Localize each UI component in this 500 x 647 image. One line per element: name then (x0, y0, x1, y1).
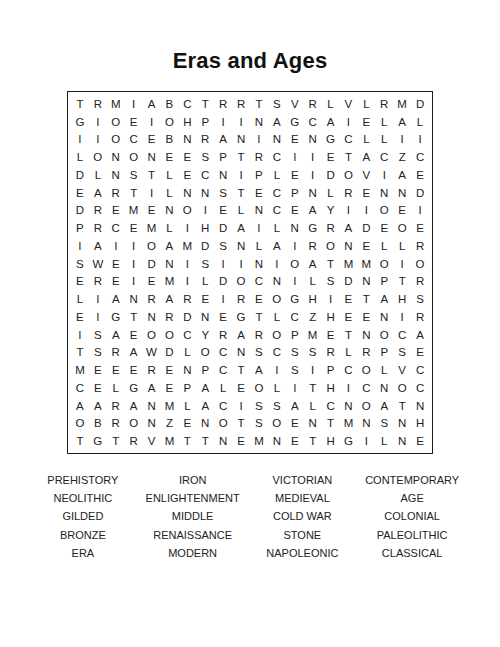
grid-cell-r10c12[interactable]: I (268, 255, 286, 273)
grid-cell-r14c9[interactable]: R (214, 326, 232, 344)
grid-cell-r5c10[interactable]: I (232, 166, 250, 184)
grid-cell-r13c19[interactable]: I (393, 308, 411, 326)
grid-cell-r7c12[interactable]: C (268, 202, 286, 220)
grid-cell-r9c1[interactable]: I (71, 237, 89, 255)
grid-cell-r17c5[interactable]: A (143, 379, 161, 397)
grid-cell-r14c7[interactable]: C (178, 326, 196, 344)
grid-cell-r7c16[interactable]: I (339, 202, 357, 220)
grid-cell-r6c19[interactable]: N (393, 184, 411, 202)
grid-cell-r9c17[interactable]: E (357, 237, 375, 255)
grid-cell-r9c8[interactable]: D (196, 237, 214, 255)
grid-cell-r20c7[interactable]: T (178, 432, 196, 450)
grid-cell-r15c17[interactable]: R (357, 344, 375, 362)
grid-cell-r2c9[interactable]: I (214, 113, 232, 131)
grid-cell-r20c12[interactable]: N (268, 432, 286, 450)
grid-cell-r14c11[interactable]: R (250, 326, 268, 344)
grid-cell-r16c10[interactable]: T (232, 361, 250, 379)
grid-cell-r8c6[interactable]: L (160, 219, 178, 237)
grid-cell-r16c4[interactable]: E (125, 361, 143, 379)
grid-cell-r13c18[interactable]: N (375, 308, 393, 326)
grid-cell-r18c20[interactable]: N (411, 397, 429, 415)
grid-cell-r2c4[interactable]: E (125, 113, 143, 131)
grid-cell-r17c17[interactable]: C (357, 379, 375, 397)
grid-cell-r3c10[interactable]: N (232, 131, 250, 149)
grid-cell-r11c16[interactable]: D (339, 273, 357, 291)
grid-cell-r6c16[interactable]: R (339, 184, 357, 202)
grid-cell-r11c3[interactable]: E (107, 273, 125, 291)
grid-cell-r12c3[interactable]: A (107, 290, 125, 308)
grid-cell-r19c1[interactable]: O (71, 415, 89, 433)
grid-cell-r8c15[interactable]: R (322, 219, 340, 237)
grid-cell-r12c2[interactable]: I (89, 290, 107, 308)
grid-cell-r19c15[interactable]: T (322, 415, 340, 433)
grid-cell-r15c5[interactable]: W (143, 344, 161, 362)
grid-cell-r13c8[interactable]: N (196, 308, 214, 326)
grid-cell-r14c20[interactable]: A (411, 326, 429, 344)
grid-cell-r3c1[interactable]: I (71, 131, 89, 149)
grid-cell-r17c12[interactable]: L (268, 379, 286, 397)
grid-cell-r9c12[interactable]: A (268, 237, 286, 255)
grid-cell-r16c1[interactable]: M (71, 361, 89, 379)
grid-cell-r4c9[interactable]: P (214, 148, 232, 166)
grid-cell-r5c20[interactable]: E (411, 166, 429, 184)
grid-cell-r10c4[interactable]: I (125, 255, 143, 273)
grid-cell-r1c3[interactable]: M (107, 95, 125, 113)
grid-cell-r16c14[interactable]: I (304, 361, 322, 379)
grid-cell-r6c15[interactable]: L (322, 184, 340, 202)
grid-cell-r4c12[interactable]: C (268, 148, 286, 166)
grid-cell-r3c8[interactable]: R (196, 131, 214, 149)
grid-cell-r9c5[interactable]: O (143, 237, 161, 255)
grid-cell-r17c19[interactable]: O (393, 379, 411, 397)
grid-cell-r6c3[interactable]: R (107, 184, 125, 202)
grid-cell-r20c2[interactable]: G (89, 432, 107, 450)
grid-cell-r12c10[interactable]: R (232, 290, 250, 308)
grid-cell-r20c1[interactable]: T (71, 432, 89, 450)
grid-cell-r15c1[interactable]: T (71, 344, 89, 362)
grid-cell-r8c8[interactable]: H (196, 219, 214, 237)
grid-cell-r19c9[interactable]: O (214, 415, 232, 433)
grid-cell-r2c5[interactable]: I (143, 113, 161, 131)
grid-cell-r5c13[interactable]: E (286, 166, 304, 184)
grid-cell-r2c2[interactable]: I (89, 113, 107, 131)
grid-cell-r4c6[interactable]: E (160, 148, 178, 166)
grid-cell-r7c4[interactable]: M (125, 202, 143, 220)
grid-cell-r2c19[interactable]: A (393, 113, 411, 131)
grid-cell-r5c14[interactable]: I (304, 166, 322, 184)
grid-cell-r9c16[interactable]: N (339, 237, 357, 255)
grid-cell-r13c12[interactable]: L (268, 308, 286, 326)
grid-cell-r2c7[interactable]: H (178, 113, 196, 131)
grid-cell-r6c9[interactable]: S (214, 184, 232, 202)
grid-cell-r17c14[interactable]: T (304, 379, 322, 397)
grid-cell-r13c11[interactable]: T (250, 308, 268, 326)
grid-cell-r7c3[interactable]: E (107, 202, 125, 220)
grid-cell-r11c2[interactable]: R (89, 273, 107, 291)
grid-cell-r15c16[interactable]: L (339, 344, 357, 362)
grid-cell-r2c6[interactable]: O (160, 113, 178, 131)
grid-cell-r14c12[interactable]: O (268, 326, 286, 344)
grid-cell-r5c16[interactable]: O (339, 166, 357, 184)
grid-cell-r16c16[interactable]: C (339, 361, 357, 379)
grid-cell-r20c6[interactable]: M (160, 432, 178, 450)
grid-cell-r12c19[interactable]: H (393, 290, 411, 308)
grid-cell-r4c1[interactable]: L (71, 148, 89, 166)
grid-cell-r10c17[interactable]: M (357, 255, 375, 273)
grid-cell-r12c11[interactable]: E (250, 290, 268, 308)
grid-cell-r8c10[interactable]: A (232, 219, 250, 237)
grid-cell-r6c2[interactable]: A (89, 184, 107, 202)
grid-cell-r9c13[interactable]: I (286, 237, 304, 255)
grid-cell-r15c18[interactable]: P (375, 344, 393, 362)
grid-cell-r19c3[interactable]: R (107, 415, 125, 433)
grid-cell-r5c3[interactable]: N (107, 166, 125, 184)
grid-cell-r20c13[interactable]: E (286, 432, 304, 450)
grid-cell-r19c18[interactable]: S (375, 415, 393, 433)
grid-cell-r8c9[interactable]: D (214, 219, 232, 237)
grid-cell-r12c4[interactable]: N (125, 290, 143, 308)
grid-cell-r16c8[interactable]: P (196, 361, 214, 379)
grid-cell-r1c10[interactable]: R (232, 95, 250, 113)
grid-cell-r6c20[interactable]: D (411, 184, 429, 202)
grid-cell-r19c17[interactable]: N (357, 415, 375, 433)
grid-cell-r2c15[interactable]: A (322, 113, 340, 131)
grid-cell-r17c8[interactable]: A (196, 379, 214, 397)
grid-cell-r19c11[interactable]: S (250, 415, 268, 433)
grid-cell-r10c3[interactable]: E (107, 255, 125, 273)
grid-cell-r12c15[interactable]: I (322, 290, 340, 308)
grid-cell-r12c17[interactable]: T (357, 290, 375, 308)
grid-cell-r5c1[interactable]: D (71, 166, 89, 184)
grid-cell-r14c4[interactable]: E (125, 326, 143, 344)
grid-cell-r4c8[interactable]: S (196, 148, 214, 166)
grid-cell-r8c4[interactable]: E (125, 219, 143, 237)
grid-cell-r6c6[interactable]: L (160, 184, 178, 202)
grid-cell-r17c4[interactable]: G (125, 379, 143, 397)
grid-cell-r7c1[interactable]: D (71, 202, 89, 220)
grid-cell-r18c16[interactable]: N (339, 397, 357, 415)
grid-cell-r14c2[interactable]: S (89, 326, 107, 344)
grid-cell-r10c5[interactable]: D (143, 255, 161, 273)
grid-cell-r20c9[interactable]: N (214, 432, 232, 450)
grid-cell-r2c14[interactable]: C (304, 113, 322, 131)
grid-cell-r4c5[interactable]: N (143, 148, 161, 166)
grid-cell-r9c3[interactable]: I (107, 237, 125, 255)
grid-cell-r15c6[interactable]: D (160, 344, 178, 362)
grid-cell-r7c5[interactable]: E (143, 202, 161, 220)
grid-cell-r1c7[interactable]: C (178, 95, 196, 113)
grid-cell-r18c5[interactable]: N (143, 397, 161, 415)
grid-cell-r11c6[interactable]: M (160, 273, 178, 291)
grid-cell-r19c4[interactable]: O (125, 415, 143, 433)
grid-cell-r14c5[interactable]: O (143, 326, 161, 344)
grid-cell-r6c10[interactable]: T (232, 184, 250, 202)
grid-cell-r6c8[interactable]: N (196, 184, 214, 202)
grid-cell-r18c17[interactable]: O (357, 397, 375, 415)
grid-cell-r1c15[interactable]: L (322, 95, 340, 113)
grid-cell-r9c14[interactable]: R (304, 237, 322, 255)
grid-cell-r11c19[interactable]: T (393, 273, 411, 291)
grid-cell-r17c3[interactable]: L (107, 379, 125, 397)
grid-cell-r4c18[interactable]: C (375, 148, 393, 166)
grid-cell-r13c13[interactable]: C (286, 308, 304, 326)
grid-cell-r9c4[interactable]: I (125, 237, 143, 255)
grid-cell-r11c17[interactable]: N (357, 273, 375, 291)
grid-cell-r18c13[interactable]: A (286, 397, 304, 415)
grid-cell-r13c10[interactable]: G (232, 308, 250, 326)
grid-cell-r16c17[interactable]: O (357, 361, 375, 379)
grid-cell-r20c3[interactable]: T (107, 432, 125, 450)
grid-cell-r3c14[interactable]: N (304, 131, 322, 149)
grid-cell-r13c20[interactable]: R (411, 308, 429, 326)
grid-cell-r13c6[interactable]: R (160, 308, 178, 326)
grid-cell-r4c19[interactable]: Z (393, 148, 411, 166)
grid-cell-r12c8[interactable]: E (196, 290, 214, 308)
grid-cell-r14c18[interactable]: O (375, 326, 393, 344)
grid-cell-r2c18[interactable]: L (375, 113, 393, 131)
grid-cell-r16c3[interactable]: E (107, 361, 125, 379)
grid-cell-r2c20[interactable]: L (411, 113, 429, 131)
grid-cell-r15c15[interactable]: R (322, 344, 340, 362)
grid-cell-r13c5[interactable]: N (143, 308, 161, 326)
grid-cell-r7c15[interactable]: Y (322, 202, 340, 220)
grid-cell-r10c19[interactable]: I (393, 255, 411, 273)
grid-cell-r4c2[interactable]: O (89, 148, 107, 166)
grid-cell-r15c14[interactable]: S (304, 344, 322, 362)
grid-cell-r4c4[interactable]: O (125, 148, 143, 166)
grid-cell-r4c20[interactable]: C (411, 148, 429, 166)
grid-cell-r1c13[interactable]: V (286, 95, 304, 113)
grid-cell-r18c15[interactable]: C (322, 397, 340, 415)
grid-cell-r20c18[interactable]: L (375, 432, 393, 450)
grid-cell-r18c18[interactable]: A (375, 397, 393, 415)
grid-cell-r7c7[interactable]: O (178, 202, 196, 220)
grid-cell-r12c18[interactable]: A (375, 290, 393, 308)
grid-cell-r19c19[interactable]: N (393, 415, 411, 433)
grid-cell-r12c14[interactable]: H (304, 290, 322, 308)
grid-cell-r1c20[interactable]: D (411, 95, 429, 113)
grid-cell-r1c8[interactable]: T (196, 95, 214, 113)
grid-cell-r11c7[interactable]: I (178, 273, 196, 291)
grid-cell-r1c17[interactable]: L (357, 95, 375, 113)
grid-cell-r19c5[interactable]: N (143, 415, 161, 433)
grid-cell-r18c19[interactable]: T (393, 397, 411, 415)
grid-cell-r13c14[interactable]: Z (304, 308, 322, 326)
grid-cell-r5c18[interactable]: I (375, 166, 393, 184)
grid-cell-r18c10[interactable]: I (232, 397, 250, 415)
grid-cell-r11c5[interactable]: E (143, 273, 161, 291)
grid-cell-r1c19[interactable]: M (393, 95, 411, 113)
grid-cell-r19c16[interactable]: M (339, 415, 357, 433)
grid-cell-r9c9[interactable]: S (214, 237, 232, 255)
grid-cell-r13c9[interactable]: E (214, 308, 232, 326)
grid-cell-r5c2[interactable]: L (89, 166, 107, 184)
grid-cell-r11c1[interactable]: E (71, 273, 89, 291)
grid-cell-r17c11[interactable]: O (250, 379, 268, 397)
grid-cell-r15c11[interactable]: S (250, 344, 268, 362)
grid-cell-r2c17[interactable]: E (357, 113, 375, 131)
grid-cell-r14c14[interactable]: M (304, 326, 322, 344)
grid-cell-r2c1[interactable]: G (71, 113, 89, 131)
grid-cell-r17c2[interactable]: E (89, 379, 107, 397)
grid-cell-r3c2[interactable]: I (89, 131, 107, 149)
grid-cell-r13c2[interactable]: I (89, 308, 107, 326)
grid-cell-r11c9[interactable]: D (214, 273, 232, 291)
grid-cell-r17c6[interactable]: E (160, 379, 178, 397)
grid-cell-r19c7[interactable]: E (178, 415, 196, 433)
grid-cell-r2c10[interactable]: I (232, 113, 250, 131)
grid-cell-r19c6[interactable]: Z (160, 415, 178, 433)
grid-cell-r3c11[interactable]: I (250, 131, 268, 149)
grid-cell-r8c17[interactable]: D (357, 219, 375, 237)
grid-cell-r2c8[interactable]: P (196, 113, 214, 131)
grid-cell-r6c7[interactable]: N (178, 184, 196, 202)
grid-cell-r7c6[interactable]: N (160, 202, 178, 220)
grid-cell-r11c11[interactable]: C (250, 273, 268, 291)
grid-cell-r8c14[interactable]: G (304, 219, 322, 237)
grid-cell-r14c15[interactable]: E (322, 326, 340, 344)
grid-cell-r16c18[interactable]: L (375, 361, 393, 379)
grid-cell-r18c1[interactable]: A (71, 397, 89, 415)
grid-cell-r9c6[interactable]: A (160, 237, 178, 255)
grid-cell-r13c15[interactable]: H (322, 308, 340, 326)
grid-cell-r11c15[interactable]: S (322, 273, 340, 291)
grid-cell-r18c3[interactable]: R (107, 397, 125, 415)
grid-cell-r11c13[interactable]: I (286, 273, 304, 291)
grid-cell-r12c12[interactable]: O (268, 290, 286, 308)
grid-cell-r11c20[interactable]: R (411, 273, 429, 291)
grid-cell-r3c17[interactable]: L (357, 131, 375, 149)
grid-cell-r5c8[interactable]: C (196, 166, 214, 184)
grid-cell-r14c3[interactable]: A (107, 326, 125, 344)
grid-cell-r2c12[interactable]: A (268, 113, 286, 131)
grid-cell-r15c10[interactable]: N (232, 344, 250, 362)
grid-cell-r4c17[interactable]: A (357, 148, 375, 166)
grid-cell-r3c5[interactable]: E (143, 131, 161, 149)
grid-cell-r6c1[interactable]: E (71, 184, 89, 202)
grid-cell-r20c16[interactable]: G (339, 432, 357, 450)
grid-cell-r1c14[interactable]: R (304, 95, 322, 113)
grid-cell-r15c12[interactable]: C (268, 344, 286, 362)
grid-cell-r20c20[interactable]: E (411, 432, 429, 450)
grid-cell-r7c13[interactable]: E (286, 202, 304, 220)
grid-cell-r9c15[interactable]: O (322, 237, 340, 255)
grid-cell-r15c3[interactable]: R (107, 344, 125, 362)
grid-cell-r8c3[interactable]: C (107, 219, 125, 237)
grid-cell-r17c10[interactable]: E (232, 379, 250, 397)
grid-cell-r7c17[interactable]: I (357, 202, 375, 220)
grid-cell-r15c4[interactable]: A (125, 344, 143, 362)
grid-cell-r9c18[interactable]: L (375, 237, 393, 255)
grid-cell-r20c19[interactable]: N (393, 432, 411, 450)
grid-cell-r15c20[interactable]: E (411, 344, 429, 362)
grid-cell-r3c6[interactable]: B (160, 131, 178, 149)
grid-cell-r1c5[interactable]: A (143, 95, 161, 113)
grid-cell-r3c19[interactable]: I (393, 131, 411, 149)
grid-cell-r6c13[interactable]: P (286, 184, 304, 202)
grid-cell-r2c3[interactable]: O (107, 113, 125, 131)
grid-cell-r1c6[interactable]: B (160, 95, 178, 113)
grid-cell-r4c7[interactable]: E (178, 148, 196, 166)
grid-cell-r9c10[interactable]: N (232, 237, 250, 255)
grid-cell-r16c9[interactable]: C (214, 361, 232, 379)
grid-cell-r3c16[interactable]: C (339, 131, 357, 149)
grid-cell-r17c7[interactable]: P (178, 379, 196, 397)
grid-cell-r16c2[interactable]: E (89, 361, 107, 379)
grid-cell-r20c14[interactable]: T (304, 432, 322, 450)
grid-cell-r5c15[interactable]: D (322, 166, 340, 184)
grid-cell-r4c13[interactable]: I (286, 148, 304, 166)
grid-cell-r6c17[interactable]: E (357, 184, 375, 202)
grid-cell-r8c19[interactable]: O (393, 219, 411, 237)
grid-cell-r5c17[interactable]: V (357, 166, 375, 184)
grid-cell-r14c6[interactable]: O (160, 326, 178, 344)
grid-cell-r10c10[interactable]: I (232, 255, 250, 273)
grid-cell-r11c14[interactable]: L (304, 273, 322, 291)
grid-cell-r15c7[interactable]: L (178, 344, 196, 362)
grid-cell-r16c15[interactable]: P (322, 361, 340, 379)
grid-cell-r4c10[interactable]: T (232, 148, 250, 166)
grid-cell-r4c14[interactable]: I (304, 148, 322, 166)
grid-cell-r14c19[interactable]: C (393, 326, 411, 344)
grid-cell-r11c12[interactable]: N (268, 273, 286, 291)
grid-cell-r17c18[interactable]: N (375, 379, 393, 397)
grid-cell-r11c18[interactable]: P (375, 273, 393, 291)
grid-cell-r2c11[interactable]: N (250, 113, 268, 131)
grid-cell-r9c20[interactable]: R (411, 237, 429, 255)
grid-cell-r12c5[interactable]: R (143, 290, 161, 308)
grid-cell-r3c20[interactable]: I (411, 131, 429, 149)
grid-cell-r7c11[interactable]: N (250, 202, 268, 220)
grid-cell-r5c12[interactable]: L (268, 166, 286, 184)
grid-cell-r18c9[interactable]: C (214, 397, 232, 415)
grid-cell-r7c14[interactable]: A (304, 202, 322, 220)
grid-cell-r18c2[interactable]: A (89, 397, 107, 415)
grid-cell-r9c19[interactable]: L (393, 237, 411, 255)
grid-cell-r10c16[interactable]: M (339, 255, 357, 273)
grid-cell-r7c10[interactable]: L (232, 202, 250, 220)
grid-cell-r19c13[interactable]: E (286, 415, 304, 433)
grid-cell-r10c20[interactable]: O (411, 255, 429, 273)
grid-cell-r18c14[interactable]: L (304, 397, 322, 415)
grid-cell-r8c11[interactable]: I (250, 219, 268, 237)
grid-cell-r1c4[interactable]: I (125, 95, 143, 113)
grid-cell-r9c2[interactable]: A (89, 237, 107, 255)
grid-cell-r19c8[interactable]: N (196, 415, 214, 433)
grid-cell-r14c13[interactable]: P (286, 326, 304, 344)
grid-cell-r18c11[interactable]: S (250, 397, 268, 415)
grid-cell-r7c19[interactable]: E (393, 202, 411, 220)
grid-cell-r4c16[interactable]: T (339, 148, 357, 166)
grid-cell-r17c15[interactable]: H (322, 379, 340, 397)
grid-cell-r2c16[interactable]: I (339, 113, 357, 131)
grid-cell-r18c6[interactable]: M (160, 397, 178, 415)
grid-cell-r18c12[interactable]: S (268, 397, 286, 415)
grid-cell-r12c7[interactable]: R (178, 290, 196, 308)
grid-cell-r10c2[interactable]: W (89, 255, 107, 273)
grid-cell-r2c13[interactable]: G (286, 113, 304, 131)
grid-cell-r16c7[interactable]: N (178, 361, 196, 379)
grid-cell-r16c11[interactable]: A (250, 361, 268, 379)
grid-cell-r19c2[interactable]: B (89, 415, 107, 433)
grid-cell-r7c20[interactable]: I (411, 202, 429, 220)
grid-cell-r9c11[interactable]: L (250, 237, 268, 255)
grid-cell-r8c16[interactable]: A (339, 219, 357, 237)
grid-cell-r16c5[interactable]: R (143, 361, 161, 379)
grid-cell-r12c1[interactable]: L (71, 290, 89, 308)
grid-cell-r5c19[interactable]: A (393, 166, 411, 184)
grid-cell-r10c11[interactable]: N (250, 255, 268, 273)
